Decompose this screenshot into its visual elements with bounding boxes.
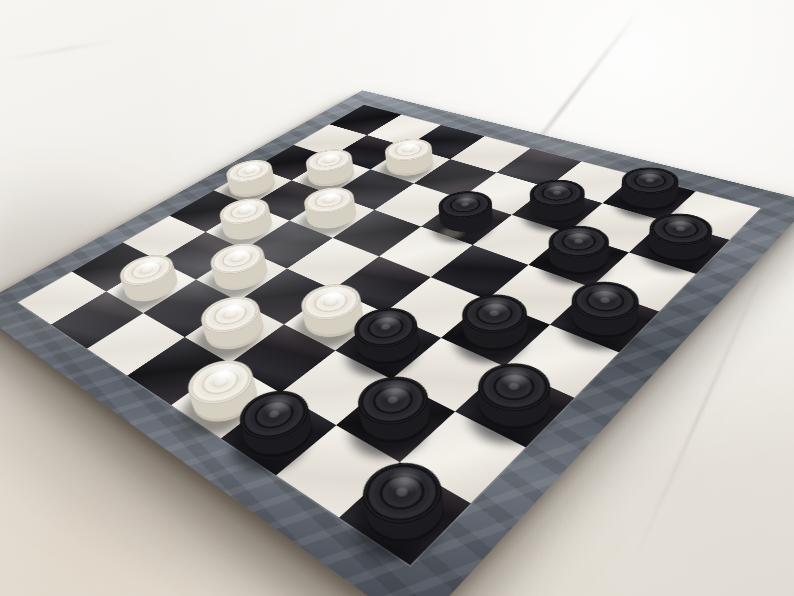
- checkers-board: [0, 90, 794, 596]
- photo-scene: Black & White Marble Checkers Set: [0, 0, 794, 596]
- table-marble-vein: [2, 39, 121, 62]
